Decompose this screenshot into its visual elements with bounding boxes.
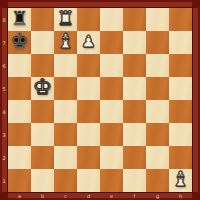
square-d3[interactable]	[77, 123, 100, 146]
square-g5[interactable]	[146, 77, 169, 100]
frame-corner	[192, 0, 200, 8]
square-h5[interactable]	[169, 77, 192, 100]
square-g3[interactable]	[146, 123, 169, 146]
square-h3[interactable]	[169, 123, 192, 146]
file-label-d: d	[86, 193, 92, 199]
square-c7[interactable]: ♝	[54, 31, 77, 54]
square-f2[interactable]	[123, 146, 146, 169]
file-label-c: c	[63, 193, 69, 199]
rank-label-6: 6	[1, 63, 7, 69]
square-c2[interactable]	[54, 146, 77, 169]
square-f8[interactable]	[123, 8, 146, 31]
square-a3[interactable]	[8, 123, 31, 146]
rank-label-8: 8	[1, 17, 7, 23]
square-g6[interactable]	[146, 54, 169, 77]
square-e7[interactable]	[100, 31, 123, 54]
square-d4[interactable]	[77, 100, 100, 123]
square-d8[interactable]	[77, 8, 100, 31]
square-f6[interactable]	[123, 54, 146, 77]
square-a6[interactable]	[8, 54, 31, 77]
square-g7[interactable]	[146, 31, 169, 54]
square-h1[interactable]: ♝	[169, 169, 192, 192]
square-h6[interactable]	[169, 54, 192, 77]
square-b2[interactable]	[31, 146, 54, 169]
square-c1[interactable]	[54, 169, 77, 192]
rank-label-7: 7	[1, 40, 7, 46]
rank-label-2: 2	[1, 155, 7, 161]
square-c4[interactable]	[54, 100, 77, 123]
rank-label-4: 4	[1, 109, 7, 115]
square-a8[interactable]: ♜	[8, 8, 31, 31]
square-h4[interactable]	[169, 100, 192, 123]
square-c6[interactable]	[54, 54, 77, 77]
square-d5[interactable]	[77, 77, 100, 100]
white-king[interactable]: ♚	[33, 77, 52, 99]
white-bishop[interactable]: ♝	[57, 31, 75, 53]
square-f4[interactable]	[123, 100, 146, 123]
square-a5[interactable]	[8, 77, 31, 100]
square-c8[interactable]: ♜	[54, 8, 77, 31]
white-bishop[interactable]: ♝	[172, 169, 190, 191]
square-c5[interactable]	[54, 77, 77, 100]
square-b3[interactable]	[31, 123, 54, 146]
square-f7[interactable]	[123, 31, 146, 54]
square-b7[interactable]	[31, 31, 54, 54]
file-label-e: e	[109, 193, 115, 199]
black-king[interactable]: ♚	[10, 31, 29, 53]
square-c3[interactable]	[54, 123, 77, 146]
square-h8[interactable]	[169, 8, 192, 31]
file-label-a: a	[17, 193, 23, 199]
square-d6[interactable]	[77, 54, 100, 77]
square-f5[interactable]	[123, 77, 146, 100]
square-e4[interactable]	[100, 100, 123, 123]
square-a7[interactable]: ♚	[8, 31, 31, 54]
frame-corner	[192, 192, 200, 200]
rank-label-1: 1	[1, 178, 7, 184]
chess-board-frame: ♜♜♚♝♟♚♝ 87654321abcdefgh	[0, 0, 200, 200]
square-b8[interactable]	[31, 8, 54, 31]
square-g2[interactable]	[146, 146, 169, 169]
square-e2[interactable]	[100, 146, 123, 169]
file-label-f: f	[132, 193, 138, 199]
square-e1[interactable]	[100, 169, 123, 192]
square-e6[interactable]	[100, 54, 123, 77]
square-d1[interactable]	[77, 169, 100, 192]
square-b4[interactable]	[31, 100, 54, 123]
file-label-g: g	[155, 193, 161, 199]
square-b1[interactable]	[31, 169, 54, 192]
square-f1[interactable]	[123, 169, 146, 192]
square-d2[interactable]	[77, 146, 100, 169]
file-label-b: b	[40, 193, 46, 199]
square-h2[interactable]	[169, 146, 192, 169]
square-e3[interactable]	[100, 123, 123, 146]
frame-corner	[0, 192, 8, 200]
frame-corner	[0, 0, 8, 8]
white-rook[interactable]: ♜	[57, 8, 74, 30]
rank-label-5: 5	[1, 86, 7, 92]
square-g8[interactable]	[146, 8, 169, 31]
square-a1[interactable]	[8, 169, 31, 192]
square-b6[interactable]	[31, 54, 54, 77]
square-g4[interactable]	[146, 100, 169, 123]
file-label-h: h	[178, 193, 184, 199]
square-g1[interactable]	[146, 169, 169, 192]
chess-board: ♜♜♚♝♟♚♝	[8, 8, 192, 192]
square-d7[interactable]: ♟	[77, 31, 100, 54]
rank-label-3: 3	[1, 132, 7, 138]
square-a2[interactable]	[8, 146, 31, 169]
square-f3[interactable]	[123, 123, 146, 146]
square-h7[interactable]	[169, 31, 192, 54]
black-rook[interactable]: ♜	[11, 8, 28, 30]
white-pawn[interactable]: ♟	[81, 31, 95, 53]
square-e8[interactable]	[100, 8, 123, 31]
square-e5[interactable]	[100, 77, 123, 100]
square-a4[interactable]	[8, 100, 31, 123]
square-b5[interactable]: ♚	[31, 77, 54, 100]
